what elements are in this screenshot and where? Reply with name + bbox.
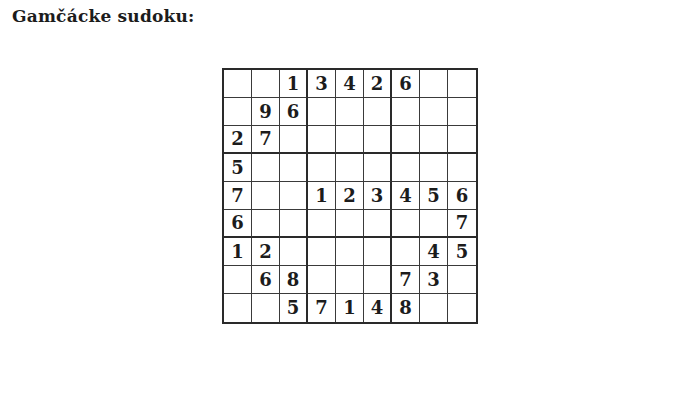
sudoku-cell — [364, 98, 392, 126]
sudoku-cell — [280, 238, 308, 266]
sudoku-cell: 9 — [252, 98, 280, 126]
sudoku-cell — [336, 266, 364, 294]
sudoku-cell — [364, 154, 392, 182]
sudoku-cell — [224, 70, 252, 98]
sudoku-cell — [392, 154, 420, 182]
sudoku-cell: 6 — [280, 98, 308, 126]
sudoku-cell — [392, 210, 420, 238]
sudoku-cell — [336, 210, 364, 238]
sudoku-cell — [280, 126, 308, 154]
sudoku-cell — [280, 210, 308, 238]
sudoku-cell — [392, 238, 420, 266]
sudoku-cell: 3 — [420, 266, 448, 294]
sudoku-cell — [364, 126, 392, 154]
sudoku-cell: 4 — [392, 182, 420, 210]
sudoku-cell — [308, 154, 336, 182]
sudoku-cell: 6 — [224, 210, 252, 238]
sudoku-cell — [420, 294, 448, 322]
sudoku-cell: 1 — [336, 294, 364, 322]
sudoku-cell — [420, 70, 448, 98]
sudoku-cell — [392, 98, 420, 126]
sudoku-cell — [308, 266, 336, 294]
sudoku-cell: 3 — [308, 70, 336, 98]
sudoku-cell: 5 — [224, 154, 252, 182]
sudoku-cell — [364, 210, 392, 238]
sudoku-cell: 4 — [336, 70, 364, 98]
sudoku-cell — [448, 294, 476, 322]
sudoku-cell — [336, 126, 364, 154]
sudoku-cell: 3 — [364, 182, 392, 210]
sudoku-board: 13426962757123456671245687357148 — [222, 68, 478, 324]
sudoku-cell: 5 — [420, 182, 448, 210]
sudoku-cell — [448, 154, 476, 182]
sudoku-cell — [252, 294, 280, 322]
sudoku-cell: 2 — [224, 126, 252, 154]
sudoku-cell — [336, 98, 364, 126]
sudoku-cell: 1 — [308, 182, 336, 210]
sudoku-cell — [364, 266, 392, 294]
sudoku-cell: 1 — [224, 238, 252, 266]
sudoku-cell: 1 — [280, 70, 308, 98]
sudoku-cell: 5 — [448, 238, 476, 266]
page-title: Gamčácke sudoku: — [12, 6, 195, 26]
sudoku-cell: 4 — [364, 294, 392, 322]
sudoku-cell — [448, 70, 476, 98]
sudoku-cell — [308, 98, 336, 126]
sudoku-cell — [448, 126, 476, 154]
sudoku-cell: 6 — [448, 182, 476, 210]
sudoku-cell: 7 — [252, 126, 280, 154]
sudoku-cell — [308, 210, 336, 238]
sudoku-cell — [252, 70, 280, 98]
sudoku-cell: 7 — [308, 294, 336, 322]
sudoku-cell: 6 — [392, 70, 420, 98]
sudoku-cell — [364, 238, 392, 266]
sudoku-cell — [420, 210, 448, 238]
sudoku-cell — [336, 154, 364, 182]
sudoku-cell: 5 — [280, 294, 308, 322]
sudoku-cell: 7 — [224, 182, 252, 210]
sudoku-cell: 7 — [392, 266, 420, 294]
sudoku-cell — [224, 98, 252, 126]
sudoku-cell: 2 — [252, 238, 280, 266]
sudoku-cell — [420, 126, 448, 154]
sudoku-cell — [252, 210, 280, 238]
sudoku-cell — [448, 98, 476, 126]
sudoku-cell — [420, 154, 448, 182]
sudoku-cell — [252, 154, 280, 182]
sudoku-cell: 4 — [420, 238, 448, 266]
sudoku-cell — [224, 266, 252, 294]
sudoku-cell — [448, 266, 476, 294]
sudoku-cell — [308, 126, 336, 154]
sudoku-cell — [336, 238, 364, 266]
sudoku-cell — [308, 238, 336, 266]
sudoku-cell: 6 — [252, 266, 280, 294]
sudoku-cell: 8 — [280, 266, 308, 294]
sudoku-cell: 2 — [364, 70, 392, 98]
sudoku-cell — [280, 182, 308, 210]
sudoku-cell: 2 — [336, 182, 364, 210]
sudoku-cell — [392, 126, 420, 154]
sudoku-cell — [420, 98, 448, 126]
sudoku-cell — [280, 154, 308, 182]
sudoku-cell: 7 — [448, 210, 476, 238]
sudoku-cell: 8 — [392, 294, 420, 322]
sudoku-cell — [252, 182, 280, 210]
sudoku-cell — [224, 294, 252, 322]
